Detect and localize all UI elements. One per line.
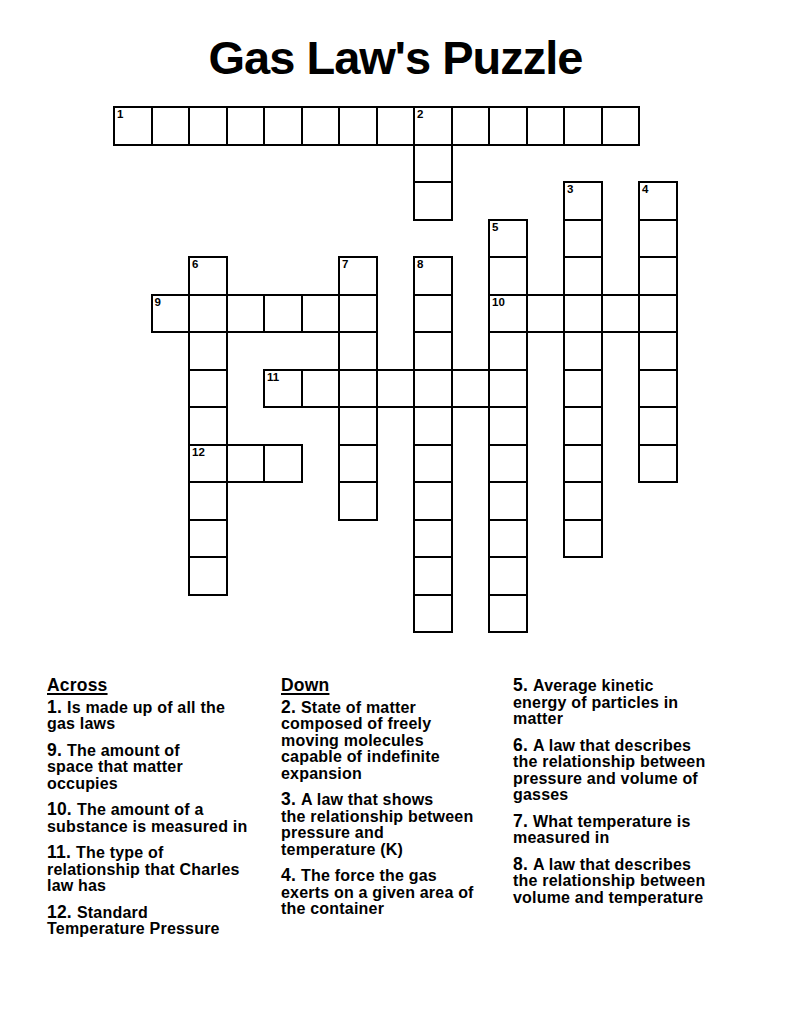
grid-cell-r9c4[interactable] xyxy=(263,444,303,484)
clue-number-label: 8. xyxy=(513,854,528,874)
grid-cell-r10c12[interactable] xyxy=(563,481,603,521)
clue-number-label: 10. xyxy=(47,799,72,819)
grid-cell-r2c8[interactable] xyxy=(413,181,453,221)
grid-cell-r4c12[interactable] xyxy=(563,256,603,296)
grid-cell-r6c12[interactable] xyxy=(563,331,603,371)
clue-number-label: 6. xyxy=(513,735,528,755)
down-clues-column-1: Down 2.State of matter composed of freel… xyxy=(281,677,515,927)
grid-cell-r5c2[interactable] xyxy=(188,294,228,334)
down-header: Down xyxy=(281,677,515,694)
clue-text: A law that shows the relationship betwee… xyxy=(281,791,473,858)
grid-cell-r5c6[interactable] xyxy=(338,294,378,334)
cell-number-12: 12 xyxy=(192,446,205,459)
cell-number-3: 3 xyxy=(567,183,573,196)
clue-text: Average kinetic energy of particles in m… xyxy=(513,677,678,727)
grid-cell-r13c8[interactable] xyxy=(413,594,453,634)
grid-cell-r0c4[interactable] xyxy=(263,106,303,146)
grid-cell-r6c14[interactable] xyxy=(638,331,678,371)
grid-cell-r13c10[interactable] xyxy=(488,594,528,634)
cell-number-4: 4 xyxy=(642,183,648,196)
grid-cell-r0c8[interactable]: 2 xyxy=(413,106,453,146)
clue-number-label: 2. xyxy=(281,697,296,717)
grid-cell-r11c12[interactable] xyxy=(563,519,603,559)
clue-text: Is made up of all the gas laws xyxy=(47,699,225,733)
grid-cell-r3c14[interactable] xyxy=(638,219,678,259)
clue-across-10: 10.The amount of a substance is measured… xyxy=(47,801,281,835)
clue-across-11: 11.The type of relationship that Charles… xyxy=(47,844,281,895)
grid-cell-r2c14[interactable]: 4 xyxy=(638,181,678,221)
grid-cell-r11c8[interactable] xyxy=(413,519,453,559)
clue-down-7: 7.What temperature is measured in xyxy=(513,813,765,847)
grid-cell-r6c2[interactable] xyxy=(188,331,228,371)
grid-cell-r12c10[interactable] xyxy=(488,556,528,596)
clue-text: A law that describes the relationship be… xyxy=(513,737,705,804)
grid-cell-r12c2[interactable] xyxy=(188,556,228,596)
grid-cell-r4c6[interactable]: 7 xyxy=(338,256,378,296)
grid-cell-r5c12[interactable] xyxy=(563,294,603,334)
grid-cell-r1c8[interactable] xyxy=(413,144,453,184)
grid-cell-r0c2[interactable] xyxy=(188,106,228,146)
grid-cell-r9c6[interactable] xyxy=(338,444,378,484)
grid-cell-r7c10[interactable] xyxy=(488,369,528,409)
grid-cell-r0c0[interactable]: 1 xyxy=(113,106,153,146)
grid-cell-r6c6[interactable] xyxy=(338,331,378,371)
crossword-grid: 123456789101112 xyxy=(113,106,679,634)
grid-cell-r7c12[interactable] xyxy=(563,369,603,409)
clue-number-label: 5. xyxy=(513,675,528,695)
grid-cell-r10c8[interactable] xyxy=(413,481,453,521)
clue-text: The type of relationship that Charles la… xyxy=(47,844,240,894)
grid-cell-r0c10[interactable] xyxy=(488,106,528,146)
cell-number-9: 9 xyxy=(155,296,161,309)
grid-cell-r5c11[interactable] xyxy=(526,294,566,334)
grid-cell-r0c7[interactable] xyxy=(376,106,416,146)
clue-number-label: 11. xyxy=(47,842,71,862)
cell-number-5: 5 xyxy=(492,221,498,234)
grid-cell-r8c6[interactable] xyxy=(338,406,378,446)
clue-text: Standard Temperature Pressure xyxy=(47,904,220,938)
down-clues-column-2: 5.Average kinetic energy of particles in… xyxy=(513,677,765,915)
grid-cell-r3c10[interactable]: 5 xyxy=(488,219,528,259)
cell-number-6: 6 xyxy=(192,258,198,271)
grid-cell-r0c1[interactable] xyxy=(151,106,191,146)
cell-number-1: 1 xyxy=(117,108,123,121)
clue-number-label: 1. xyxy=(47,697,62,717)
clue-number-label: 3. xyxy=(281,789,296,809)
grid-cell-r7c7[interactable] xyxy=(376,369,416,409)
grid-cell-r8c12[interactable] xyxy=(563,406,603,446)
grid-cell-r0c13[interactable] xyxy=(601,106,641,146)
grid-cell-r0c9[interactable] xyxy=(451,106,491,146)
grid-cell-r9c14[interactable] xyxy=(638,444,678,484)
grid-cell-r4c14[interactable] xyxy=(638,256,678,296)
grid-cell-r4c8[interactable]: 8 xyxy=(413,256,453,296)
grid-cell-r0c3[interactable] xyxy=(226,106,266,146)
clue-down-5: 5.Average kinetic energy of particles in… xyxy=(513,677,765,728)
grid-cell-r7c14[interactable] xyxy=(638,369,678,409)
grid-cell-r5c13[interactable] xyxy=(601,294,641,334)
grid-cell-r5c8[interactable] xyxy=(413,294,453,334)
grid-cell-r0c6[interactable] xyxy=(338,106,378,146)
clue-text: What temperature is measured in xyxy=(513,813,691,847)
across-clues-column: Across 1.Is made up of all the gas laws … xyxy=(47,677,281,947)
across-header: Across xyxy=(47,677,281,694)
grid-cell-r10c6[interactable] xyxy=(338,481,378,521)
grid-cell-r11c2[interactable] xyxy=(188,519,228,559)
clue-text: State of matter composed of freely movin… xyxy=(281,699,440,782)
cell-number-2: 2 xyxy=(417,108,423,121)
grid-cell-r12c8[interactable] xyxy=(413,556,453,596)
grid-cell-r9c10[interactable] xyxy=(488,444,528,484)
grid-cell-r10c2[interactable] xyxy=(188,481,228,521)
grid-cell-r7c5[interactable] xyxy=(301,369,341,409)
clue-text: A law that describes the relationship be… xyxy=(513,856,705,906)
clue-text: The amount of a substance is measured in xyxy=(47,801,247,835)
grid-cell-r5c1[interactable]: 9 xyxy=(151,294,191,334)
grid-cell-r2c12[interactable]: 3 xyxy=(563,181,603,221)
grid-cell-r6c8[interactable] xyxy=(413,331,453,371)
grid-cell-r7c4[interactable]: 11 xyxy=(263,369,303,409)
grid-cell-r10c10[interactable] xyxy=(488,481,528,521)
grid-cell-r9c3[interactable] xyxy=(226,444,266,484)
grid-cell-r7c8[interactable] xyxy=(413,369,453,409)
clue-down-3: 3.A law that shows the relationship betw… xyxy=(281,791,515,858)
grid-cell-r5c10[interactable]: 10 xyxy=(488,294,528,334)
grid-cell-r7c9[interactable] xyxy=(451,369,491,409)
clue-down-2: 2.State of matter composed of freely mov… xyxy=(281,699,515,783)
grid-cell-r8c2[interactable] xyxy=(188,406,228,446)
cell-number-11: 11 xyxy=(267,371,279,384)
grid-cell-r5c5[interactable] xyxy=(301,294,341,334)
clue-text: The amount of space that matter occupies xyxy=(47,742,183,792)
grid-cell-r6c10[interactable] xyxy=(488,331,528,371)
grid-cell-r7c2[interactable] xyxy=(188,369,228,409)
clue-down-4: 4.The force the gas exerts on a given ar… xyxy=(281,867,515,918)
clue-down-8: 8.A law that describes the relationship … xyxy=(513,856,765,907)
cell-number-10: 10 xyxy=(492,296,505,309)
grid-cell-r0c12[interactable] xyxy=(563,106,603,146)
clue-number-label: 9. xyxy=(47,740,62,760)
page-title: Gas Law's Puzzle xyxy=(0,30,791,85)
grid-cell-r9c2[interactable]: 12 xyxy=(188,444,228,484)
grid-cell-r5c3[interactable] xyxy=(226,294,266,334)
clue-number-label: 12. xyxy=(47,902,72,922)
cell-number-8: 8 xyxy=(417,258,423,271)
page: { "page": { "title": "Gas Law's Puzzle",… xyxy=(0,0,791,1024)
grid-cell-r7c6[interactable] xyxy=(338,369,378,409)
grid-cell-r9c12[interactable] xyxy=(563,444,603,484)
clue-text: The force the gas exerts on a given area… xyxy=(281,867,474,917)
clue-number-label: 7. xyxy=(513,811,528,831)
grid-cell-r4c10[interactable] xyxy=(488,256,528,296)
grid-cell-r3c12[interactable] xyxy=(563,219,603,259)
grid-cell-r8c14[interactable] xyxy=(638,406,678,446)
clue-across-12: 12.Standard Temperature Pressure xyxy=(47,904,281,938)
clue-across-9: 9.The amount of space that matter occupi… xyxy=(47,742,281,793)
grid-cell-r4c2[interactable]: 6 xyxy=(188,256,228,296)
grid-cell-r9c8[interactable] xyxy=(413,444,453,484)
grid-cell-r8c10[interactable] xyxy=(488,406,528,446)
grid-cell-r11c10[interactable] xyxy=(488,519,528,559)
clue-across-1: 1.Is made up of all the gas laws xyxy=(47,699,281,733)
clue-down-6: 6.A law that describes the relationship … xyxy=(513,737,765,804)
grid-cell-r0c5[interactable] xyxy=(301,106,341,146)
grid-cell-r0c11[interactable] xyxy=(526,106,566,146)
grid-cell-r8c8[interactable] xyxy=(413,406,453,446)
clue-number-label: 4. xyxy=(281,865,296,885)
grid-cell-r5c4[interactable] xyxy=(263,294,303,334)
grid-cell-r5c14[interactable] xyxy=(638,294,678,334)
cell-number-7: 7 xyxy=(342,258,348,271)
